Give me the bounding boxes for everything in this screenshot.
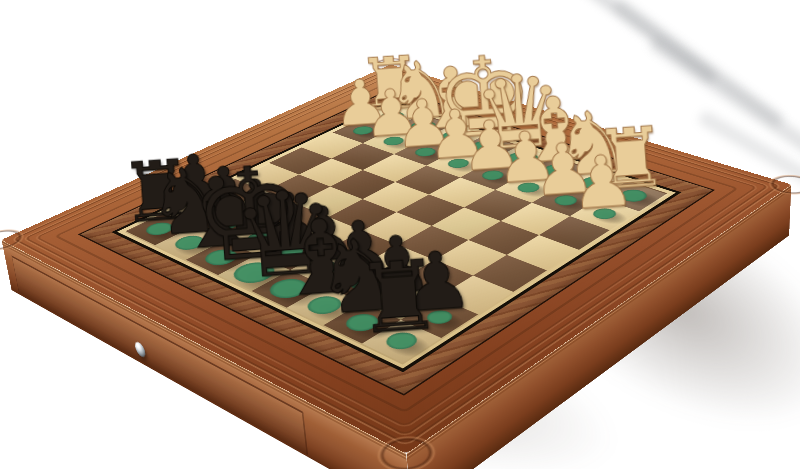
black-rook-icon: ♜ [352, 247, 444, 349]
drawer-knob [134, 340, 146, 359]
camera-roll-wrapper: ♜♞♝♚♛♝♞♜♟♟♟♟♟♟♟♟♟♟♟♟♟♟♟♟♜♞♝♚♛♝♞♜ [0, 0, 800, 469]
perspective-viewport: ♜♞♝♚♛♝♞♜♟♟♟♟♟♟♟♟♟♟♟♟♟♟♟♟♜♞♝♚♛♝♞♜ [0, 0, 800, 469]
white-pawn-icon: ♟ [568, 144, 637, 220]
case-top-surface: ♜♞♝♚♛♝♞♜♟♟♟♟♟♟♟♟♟♟♟♟♟♟♟♟♜♞♝♚♛♝♞♜ [1, 65, 791, 454]
chess-set-product-photo: ♜♞♝♚♛♝♞♜♟♟♟♟♟♟♟♟♟♟♟♟♟♟♟♟♜♞♝♚♛♝♞♜ [0, 0, 800, 469]
